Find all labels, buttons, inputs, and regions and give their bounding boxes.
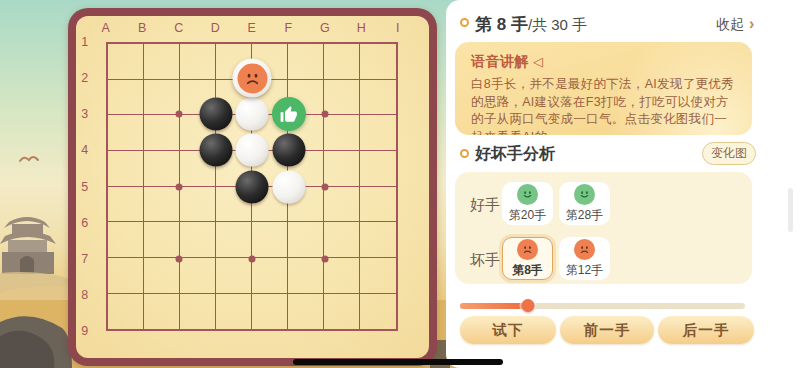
- smiley-face-icon: [574, 184, 595, 205]
- board-cell: [180, 44, 216, 80]
- bad-move-chip-12[interactable]: 第12手: [559, 237, 610, 280]
- board-cell: [144, 187, 180, 223]
- move-chip-label: 第28手: [566, 207, 603, 224]
- slider-track[interactable]: [460, 303, 745, 309]
- row-label-8: 8: [81, 288, 88, 302]
- board-cell: [108, 151, 144, 187]
- board-cell: [324, 187, 360, 223]
- sad-face-icon: [517, 239, 538, 260]
- panel-scrollbar[interactable]: [788, 188, 793, 232]
- bad-move-chip-8[interactable]: 第8手: [502, 237, 553, 280]
- board-cell: [108, 258, 144, 294]
- board-cell: [180, 222, 216, 258]
- row-label-3: 3: [81, 107, 88, 121]
- board-cell: [324, 258, 360, 294]
- board-cell: [288, 294, 324, 330]
- try-move-button[interactable]: 试下: [460, 316, 556, 344]
- board-cell: [324, 151, 360, 187]
- stone-white-E3: [236, 98, 269, 131]
- board-cell: [360, 294, 396, 330]
- smiley-face-icon: [517, 184, 538, 205]
- column-label-G: G: [320, 21, 330, 35]
- board-surface: ABCDEFGHI123456789: [76, 16, 429, 358]
- stone-white-E4: [236, 134, 269, 167]
- board-cell: [216, 222, 252, 258]
- board-cell: [360, 222, 396, 258]
- board-cell: [144, 44, 180, 80]
- variation-diagram-button[interactable]: 变化图: [702, 142, 756, 165]
- column-label-C: C: [174, 21, 184, 35]
- speaker-icon: ◁: [533, 54, 544, 69]
- screen: ABCDEFGHI123456789 第 8 手/共 30 手 收起› 语音讲解…: [0, 0, 800, 368]
- board-cell: [216, 258, 252, 294]
- row-label-9: 9: [81, 324, 88, 338]
- good-moves-label: 好手: [470, 196, 500, 215]
- move-chip-label: 第8手: [512, 262, 543, 279]
- column-label-D: D: [211, 21, 221, 35]
- good-move-chip-28[interactable]: 第28手: [559, 182, 610, 225]
- board-cell: [360, 44, 396, 80]
- column-label-H: H: [357, 21, 367, 35]
- board-cell: [108, 222, 144, 258]
- board-cell: [288, 44, 324, 80]
- board-cell: [180, 294, 216, 330]
- board-cell: [324, 80, 360, 116]
- section-bullet-icon: [460, 149, 469, 158]
- board-cell: [324, 44, 360, 80]
- board-cell: [288, 258, 324, 294]
- board-cell: [144, 258, 180, 294]
- voice-explanation-card: 语音讲解◁ 白8手长，并不是最好的下法，AI发现了更优秀的思路，AI建议落在F3…: [455, 42, 752, 135]
- move-progress-slider[interactable]: [460, 300, 745, 313]
- row-label-7: 7: [81, 252, 88, 266]
- column-label-I: I: [396, 21, 400, 35]
- board-cell: [216, 294, 252, 330]
- board-cell: [252, 222, 288, 258]
- board-cell: [324, 222, 360, 258]
- board-cell: [144, 80, 180, 116]
- board-cell: [108, 115, 144, 151]
- move-counter-total: /共 30 手: [528, 16, 587, 33]
- stone-white-F5: [272, 170, 305, 203]
- board-cell: [324, 294, 360, 330]
- board-cell: [360, 258, 396, 294]
- star-point-E7: [249, 255, 256, 262]
- board-cell: [144, 294, 180, 330]
- board-cell: [180, 258, 216, 294]
- row-label-1: 1: [81, 35, 88, 49]
- board-cell: [108, 187, 144, 223]
- star-point-C3: [176, 111, 183, 118]
- board-cell: [288, 222, 324, 258]
- go-board[interactable]: ABCDEFGHI123456789: [68, 8, 437, 366]
- board-cell: [180, 187, 216, 223]
- board-cell: [144, 222, 180, 258]
- stone-black-F4: [272, 134, 305, 167]
- voice-explanation-button[interactable]: 语音讲解◁: [471, 53, 544, 71]
- star-point-G7: [322, 255, 329, 262]
- next-move-button[interactable]: 后一手: [658, 316, 754, 344]
- move-counter-title: 第 8 手/共 30 手: [475, 13, 587, 36]
- column-label-B: B: [138, 21, 147, 35]
- collapse-button[interactable]: 收起›: [716, 15, 754, 34]
- star-point-C5: [176, 183, 183, 190]
- column-label-A: A: [102, 21, 111, 35]
- ai-commentary-text: 白8手长，并不是最好的下法，AI发现了更优秀的思路，AI建议落在F3打吃，打吃可…: [471, 76, 739, 135]
- star-point-G3: [322, 111, 329, 118]
- stone-black-E5: [236, 170, 269, 203]
- stone-black-D4: [199, 134, 232, 167]
- bad-move-marker-E2: [233, 59, 272, 98]
- board-cell: [144, 115, 180, 151]
- board-cell: [252, 294, 288, 330]
- analysis-panel: 第 8 手/共 30 手 收起› 语音讲解◁ 白8手长，并不是最好的下法，AI发…: [446, 0, 800, 368]
- board-cell: [324, 115, 360, 151]
- slider-thumb[interactable]: [522, 299, 535, 312]
- header-bullet-icon: [460, 18, 469, 27]
- home-indicator[interactable]: [293, 359, 503, 365]
- slider-fill: [460, 303, 528, 309]
- row-label-4: 4: [81, 143, 88, 157]
- ai-suggestion-marker-F3[interactable]: [272, 97, 306, 131]
- analysis-section-title: 好坏手分析: [475, 144, 555, 165]
- board-cell: [360, 187, 396, 223]
- thumbs-up-icon: [279, 105, 298, 124]
- board-cell: [360, 151, 396, 187]
- board-cell: [360, 115, 396, 151]
- board-cell: [360, 80, 396, 116]
- board-cell: [252, 258, 288, 294]
- move-chip-label: 第20手: [509, 207, 546, 224]
- column-label-F: F: [284, 21, 292, 35]
- good-bad-moves-card: 好手 坏手 第20手 第28手 第8手: [455, 172, 752, 284]
- good-move-chip-20[interactable]: 第20手: [502, 182, 553, 225]
- bad-moves-label: 坏手: [470, 251, 500, 270]
- previous-move-button[interactable]: 前一手: [560, 316, 654, 344]
- board-cell: [108, 80, 144, 116]
- stone-black-D3: [199, 98, 232, 131]
- sad-face-icon: [574, 239, 595, 260]
- row-label-2: 2: [81, 71, 88, 85]
- chevron-right-icon: ›: [749, 15, 754, 32]
- row-label-6: 6: [81, 216, 88, 230]
- sad-face-icon: [237, 63, 267, 93]
- move-chip-label: 第12手: [566, 262, 603, 279]
- star-point-C7: [176, 255, 183, 262]
- board-cell: [108, 44, 144, 80]
- board-cell: [108, 294, 144, 330]
- column-label-E: E: [248, 21, 257, 35]
- row-label-5: 5: [81, 180, 88, 194]
- star-point-G5: [322, 183, 329, 190]
- board-cell: [144, 151, 180, 187]
